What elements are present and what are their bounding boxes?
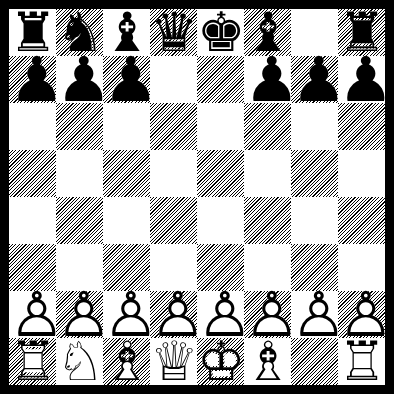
square-e7[interactable] xyxy=(197,56,244,103)
white-knight-piece-icon: ♘ xyxy=(56,338,104,385)
square-a5[interactable] xyxy=(9,150,56,197)
black-king-piece-icon: ♚ xyxy=(197,9,245,56)
square-e8[interactable]: ♚♚ xyxy=(197,9,244,56)
square-g4[interactable] xyxy=(291,197,338,244)
square-h7[interactable]: ♟♟ xyxy=(338,56,385,103)
square-a7[interactable]: ♟♟ xyxy=(9,56,56,103)
square-a4[interactable] xyxy=(9,197,56,244)
square-a6[interactable] xyxy=(9,103,56,150)
white-bishop-piece-icon: ♗ xyxy=(244,338,292,385)
white-king-piece-icon: ♔ xyxy=(197,338,245,385)
white-bishop-piece-icon: ♗ xyxy=(103,338,151,385)
square-b5[interactable] xyxy=(56,150,103,197)
square-c5[interactable] xyxy=(103,150,150,197)
white-rook-piece-icon: ♖ xyxy=(9,338,57,385)
square-h4[interactable] xyxy=(338,197,385,244)
square-b4[interactable] xyxy=(56,197,103,244)
square-h6[interactable] xyxy=(338,103,385,150)
square-f6[interactable] xyxy=(244,103,291,150)
square-c6[interactable] xyxy=(103,103,150,150)
square-f4[interactable] xyxy=(244,197,291,244)
square-d1[interactable]: ♛♕ xyxy=(150,338,197,385)
square-d4[interactable] xyxy=(150,197,197,244)
square-g6[interactable] xyxy=(291,103,338,150)
square-b7[interactable]: ♟♟ xyxy=(56,56,103,103)
square-e5[interactable] xyxy=(197,150,244,197)
square-b1[interactable]: ♞♘ xyxy=(56,338,103,385)
square-e1[interactable]: ♚♔ xyxy=(197,338,244,385)
square-d5[interactable] xyxy=(150,150,197,197)
white-rook-piece-icon: ♖ xyxy=(338,338,386,385)
black-pawn-piece-icon: ♟ xyxy=(338,56,394,103)
square-f7[interactable]: ♟♟ xyxy=(244,56,291,103)
square-h1[interactable]: ♜♖ xyxy=(338,338,385,385)
square-e4[interactable] xyxy=(197,197,244,244)
square-c7[interactable]: ♟♟ xyxy=(103,56,150,103)
square-c4[interactable] xyxy=(103,197,150,244)
square-h5[interactable] xyxy=(338,150,385,197)
square-g1[interactable] xyxy=(291,338,338,385)
square-d7[interactable] xyxy=(150,56,197,103)
chess-board-frame: ♜♜♞♞♝♝♛♛♚♚♝♝♜♜♟♟♟♟♟♟♟♟♟♟♟♟♟♙♟♙♟♙♟♙♟♙♟♙♟♙… xyxy=(0,0,394,394)
square-f5[interactable] xyxy=(244,150,291,197)
square-g5[interactable] xyxy=(291,150,338,197)
square-d6[interactable] xyxy=(150,103,197,150)
square-c1[interactable]: ♝♗ xyxy=(103,338,150,385)
chess-board: ♜♜♞♞♝♝♛♛♚♚♝♝♜♜♟♟♟♟♟♟♟♟♟♟♟♟♟♙♟♙♟♙♟♙♟♙♟♙♟♙… xyxy=(9,9,385,385)
square-g7[interactable]: ♟♟ xyxy=(291,56,338,103)
white-queen-piece-icon: ♕ xyxy=(150,338,198,385)
square-b6[interactable] xyxy=(56,103,103,150)
square-e6[interactable] xyxy=(197,103,244,150)
square-f1[interactable]: ♝♗ xyxy=(244,338,291,385)
square-g2[interactable]: ♟♙ xyxy=(291,291,338,338)
square-a1[interactable]: ♜♖ xyxy=(9,338,56,385)
